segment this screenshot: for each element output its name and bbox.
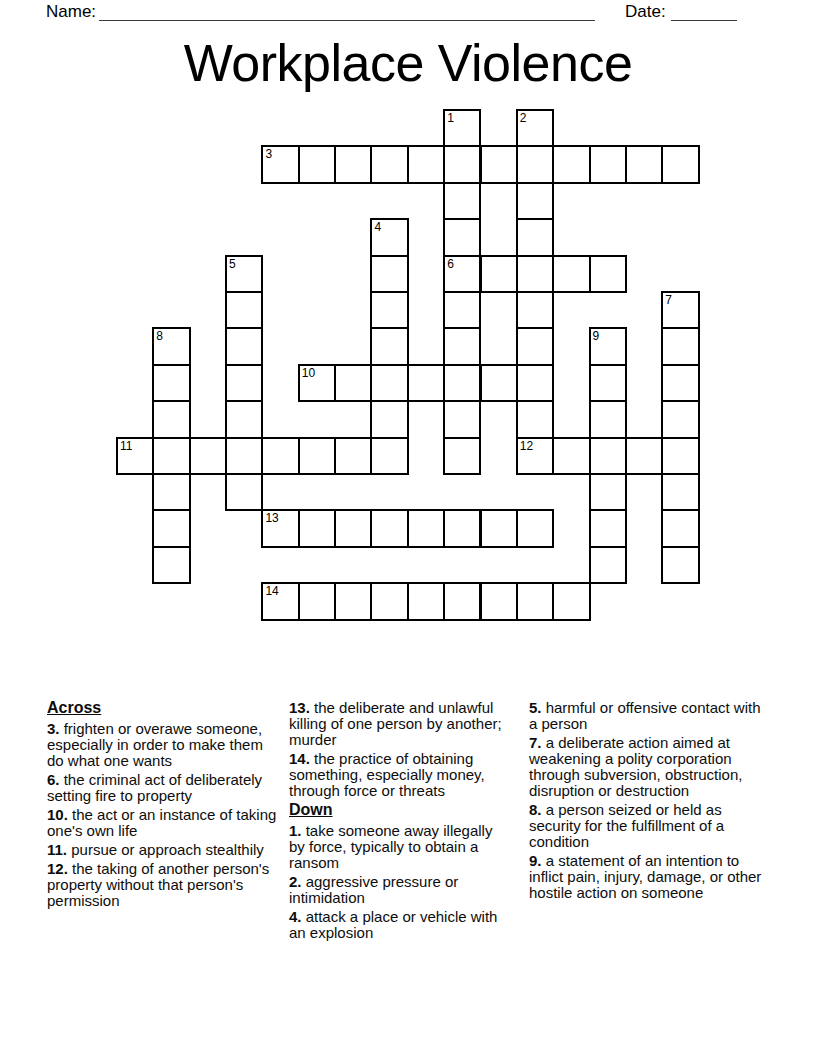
grid-cell[interactable] [589,255,627,293]
clue-across-13: 13. the deliberate and unlawful killing … [289,700,510,748]
name-blank-line[interactable] [99,20,595,21]
grid-cell[interactable] [661,145,699,183]
grid-cell[interactable] [661,327,699,365]
grid-cell[interactable] [407,582,445,620]
grid-cell[interactable] [370,327,408,365]
grid-cell[interactable] [443,218,481,256]
grid-cell[interactable] [516,509,554,547]
grid-cell[interactable] [370,437,408,475]
grid-cell[interactable] [225,291,263,329]
grid-cell[interactable] [661,546,699,584]
across-heading: Across [47,700,277,716]
cell-number: 12 [520,439,533,453]
grid-cell[interactable] [443,291,481,329]
grid-cell[interactable] [370,509,408,547]
clue-down-1: 1. take someone away illegally by force,… [289,823,510,871]
cell-number: 8 [156,329,163,343]
grid-cell[interactable] [370,582,408,620]
grid-cell[interactable] [589,509,627,547]
grid-cell[interactable] [480,364,518,402]
clue-down-8: 8. a person seized or held as security f… [529,802,767,850]
grid-cell[interactable] [516,291,554,329]
grid-cell[interactable] [516,182,554,220]
grid-cell[interactable] [516,364,554,402]
grid-cell[interactable] [152,473,190,511]
grid-cell[interactable]: 13 [261,509,299,547]
grid-cell[interactable] [661,364,699,402]
grid-cell[interactable] [189,437,227,475]
grid-cell[interactable] [152,437,190,475]
clue-column-3: 5. harmful or offensive contact with a p… [529,700,767,904]
grid-cell[interactable] [480,255,518,293]
grid-cell[interactable] [443,437,481,475]
grid-cell[interactable] [152,509,190,547]
clue-across-12: 12. the taking of another person's prope… [47,861,277,909]
grid-cell[interactable]: 4 [370,218,408,256]
clue-across-11: 11. pursue or approach stealthily [47,842,277,858]
grid-cell[interactable] [661,509,699,547]
grid-cell[interactable] [516,327,554,365]
grid-cell[interactable] [443,400,481,438]
grid-cell[interactable]: 10 [298,364,336,402]
clue-across-14: 14. the practice of obtaining something,… [289,751,510,799]
grid-cell[interactable] [334,364,372,402]
grid-cell[interactable] [589,145,627,183]
clue-down-2: 2. aggressive pressure or intimidation [289,874,510,906]
grid-cell[interactable] [661,473,699,511]
grid-cell[interactable] [661,400,699,438]
grid-cell[interactable] [552,582,590,620]
grid-cell[interactable] [625,437,663,475]
clue-across-6: 6. the criminal act of deliberately sett… [47,772,277,804]
grid-cell[interactable] [407,509,445,547]
grid-cell[interactable] [298,145,336,183]
clue-down-7: 7. a deliberate action aimed at weakenin… [529,735,767,799]
grid-cell[interactable]: 12 [516,437,554,475]
grid-cell[interactable]: 5 [225,255,263,293]
grid-cell[interactable] [480,145,518,183]
grid-cell[interactable] [516,400,554,438]
grid-cell[interactable] [589,546,627,584]
grid-cell[interactable]: 11 [116,437,154,475]
grid-cell[interactable] [589,437,627,475]
grid-cell[interactable] [152,546,190,584]
clue-across-10: 10. the act or an instance of taking one… [47,807,277,839]
cell-number: 6 [447,257,454,271]
grid-cell[interactable] [334,437,372,475]
grid-cell[interactable] [261,437,299,475]
down-heading: Down [289,802,510,818]
grid-cell[interactable] [443,182,481,220]
grid-cell[interactable] [225,364,263,402]
cell-number: 9 [593,329,600,343]
cell-number: 4 [374,220,381,234]
grid-cell[interactable]: 8 [152,327,190,365]
cell-number: 10 [302,366,315,380]
grid-cell[interactable] [298,582,336,620]
grid-cell[interactable] [443,509,481,547]
clue-down-4: 4. attack a place or vehicle with an exp… [289,909,510,941]
grid-cell[interactable] [225,327,263,365]
grid-cell[interactable] [443,327,481,365]
grid-cell[interactable] [516,145,554,183]
grid-cell[interactable] [225,400,263,438]
clue-down-5: 5. harmful or offensive contact with a p… [529,700,767,732]
grid-cell[interactable] [480,509,518,547]
grid-cell[interactable] [443,582,481,620]
grid-cell[interactable] [516,255,554,293]
cell-number: 14 [265,584,278,598]
grid-cell[interactable] [334,145,372,183]
cell-number: 13 [265,511,278,525]
grid-cell[interactable] [516,582,554,620]
grid-cell[interactable] [589,473,627,511]
grid-cell[interactable] [298,437,336,475]
cell-number: 5 [229,257,236,271]
grid-cell[interactable] [589,364,627,402]
page-title: Workplace Violence [0,33,816,93]
clue-across-3: 3. frighten or overawe someone, especial… [47,721,277,769]
name-label: Name: [46,3,96,21]
grid-cell[interactable]: 2 [516,109,554,147]
grid-cell[interactable] [334,509,372,547]
grid-cell[interactable] [443,364,481,402]
cell-number: 3 [265,147,272,161]
grid-cell[interactable] [370,400,408,438]
date-label: Date: [625,3,666,21]
cell-number: 2 [520,111,527,125]
clue-down-9: 9. a statement of an intention to inflic… [529,853,767,901]
grid-cell[interactable] [625,145,663,183]
grid-cell[interactable] [443,145,481,183]
grid-cell[interactable] [407,364,445,402]
grid-cell[interactable] [589,400,627,438]
grid-cell[interactable] [552,255,590,293]
grid-cell[interactable] [298,509,336,547]
grid-cell[interactable] [552,437,590,475]
grid-cell[interactable]: 14 [261,582,299,620]
grid-cell[interactable] [152,364,190,402]
cell-number: 11 [120,439,132,453]
grid-cell[interactable] [370,291,408,329]
grid-cell[interactable] [370,364,408,402]
clue-column-2: 13. the deliberate and unlawful killing … [289,700,510,944]
grid-cell[interactable] [552,145,590,183]
grid-cell[interactable]: 1 [443,109,481,147]
cell-number: 1 [447,111,454,125]
grid-cell[interactable] [480,582,518,620]
grid-cell[interactable] [225,473,263,511]
grid-cell[interactable]: 7 [661,291,699,329]
grid-cell[interactable]: 3 [261,145,299,183]
grid-cell[interactable] [225,437,263,475]
grid-cell[interactable] [334,582,372,620]
grid-cell[interactable] [370,145,408,183]
worksheet-page: Name: Date: Workplace Violence 162123457… [0,0,816,1056]
grid-cell[interactable]: 9 [589,327,627,365]
grid-cell[interactable]: 6 [443,255,481,293]
crossword-grid: 1621234578910111314 [117,110,699,620]
grid-cell[interactable] [370,255,408,293]
cell-number: 7 [665,293,672,307]
date-blank-line[interactable] [671,20,737,21]
grid-cell[interactable] [516,218,554,256]
grid-cell[interactable] [152,400,190,438]
grid-cell[interactable] [661,437,699,475]
grid-cell[interactable] [407,145,445,183]
clue-column-1: Across 3. frighten or overawe someone, e… [47,700,277,912]
